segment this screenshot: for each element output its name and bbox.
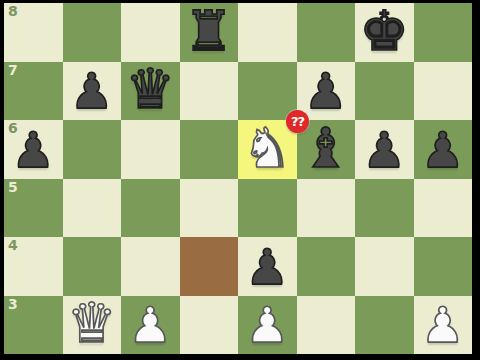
square-g4[interactable] bbox=[355, 237, 414, 296]
black-pawn-h6[interactable]: ♟ bbox=[421, 126, 465, 175]
square-b8[interactable] bbox=[63, 3, 122, 62]
square-c5[interactable] bbox=[121, 179, 180, 238]
black-pawn-a6[interactable]: ♟ bbox=[11, 126, 55, 175]
white-pawn-h3[interactable]: ♟ bbox=[421, 301, 465, 350]
square-d8[interactable]: ♜ bbox=[180, 3, 239, 62]
square-h6[interactable]: ♟ bbox=[414, 120, 473, 179]
square-h5[interactable] bbox=[414, 179, 473, 238]
rank-label-5: 5 bbox=[8, 180, 18, 195]
square-a8[interactable]: 8 bbox=[4, 3, 63, 62]
square-e3[interactable]: ♟ bbox=[238, 296, 297, 355]
square-g5[interactable] bbox=[355, 179, 414, 238]
square-d7[interactable] bbox=[180, 62, 239, 121]
blunder-badge-label: ?? bbox=[291, 115, 304, 128]
square-f7[interactable]: ♟ bbox=[297, 62, 356, 121]
square-a6[interactable]: 6♟ bbox=[4, 120, 63, 179]
square-h3[interactable]: ♟ bbox=[414, 296, 473, 355]
black-pawn-b7[interactable]: ♟ bbox=[70, 67, 114, 116]
square-a7[interactable]: 7 bbox=[4, 62, 63, 121]
black-pawn-g6[interactable]: ♟ bbox=[362, 126, 406, 175]
square-f8[interactable] bbox=[297, 3, 356, 62]
square-f5[interactable] bbox=[297, 179, 356, 238]
rank-label-4: 4 bbox=[8, 238, 18, 253]
square-b3[interactable]: ♛ bbox=[63, 296, 122, 355]
square-c3[interactable]: ♟ bbox=[121, 296, 180, 355]
white-pawn-c3[interactable]: ♟ bbox=[128, 301, 172, 350]
square-e8[interactable] bbox=[238, 3, 297, 62]
square-c8[interactable] bbox=[121, 3, 180, 62]
rank-label-3: 3 bbox=[8, 297, 18, 312]
square-e5[interactable] bbox=[238, 179, 297, 238]
black-pawn-f7[interactable]: ♟ bbox=[304, 67, 348, 116]
square-a5[interactable]: 5 bbox=[4, 179, 63, 238]
black-bishop-f6[interactable]: ♝ bbox=[301, 121, 350, 176]
square-h8[interactable] bbox=[414, 3, 473, 62]
square-d5[interactable] bbox=[180, 179, 239, 238]
square-b6[interactable] bbox=[63, 120, 122, 179]
square-c6[interactable] bbox=[121, 120, 180, 179]
black-rook-d8[interactable]: ♜ bbox=[184, 4, 233, 59]
black-queen-c7[interactable]: ♛ bbox=[126, 62, 175, 117]
black-pawn-e4[interactable]: ♟ bbox=[245, 243, 289, 292]
square-a3[interactable]: 3 bbox=[4, 296, 63, 355]
square-g3[interactable] bbox=[355, 296, 414, 355]
white-queen-b3[interactable]: ♛ bbox=[67, 296, 116, 351]
square-d6[interactable] bbox=[180, 120, 239, 179]
square-g6[interactable]: ♟ bbox=[355, 120, 414, 179]
square-h7[interactable] bbox=[414, 62, 473, 121]
blunder-badge: ?? bbox=[286, 110, 309, 133]
square-a4[interactable]: 4 bbox=[4, 237, 63, 296]
square-e7[interactable] bbox=[238, 62, 297, 121]
square-b7[interactable]: ♟ bbox=[63, 62, 122, 121]
video-frame: 8♜♚7♟♛♟6♟♞♝♟♟54♟3♛♟♟♟ ?? bbox=[0, 0, 480, 360]
square-c7[interactable]: ♛ bbox=[121, 62, 180, 121]
square-g7[interactable] bbox=[355, 62, 414, 121]
square-f4[interactable] bbox=[297, 237, 356, 296]
square-c4[interactable] bbox=[121, 237, 180, 296]
square-g8[interactable]: ♚ bbox=[355, 3, 414, 62]
chess-board: 8♜♚7♟♛♟6♟♞♝♟♟54♟3♛♟♟♟ bbox=[4, 3, 472, 354]
square-b4[interactable] bbox=[63, 237, 122, 296]
rank-label-6: 6 bbox=[8, 121, 18, 136]
square-d4[interactable] bbox=[180, 237, 239, 296]
square-f3[interactable] bbox=[297, 296, 356, 355]
square-b5[interactable] bbox=[63, 179, 122, 238]
black-king-g8[interactable]: ♚ bbox=[360, 4, 409, 59]
rank-label-8: 8 bbox=[8, 4, 18, 19]
white-knight-e6[interactable]: ♞ bbox=[243, 121, 292, 176]
square-d3[interactable] bbox=[180, 296, 239, 355]
rank-label-7: 7 bbox=[8, 63, 18, 78]
square-e4[interactable]: ♟ bbox=[238, 237, 297, 296]
white-pawn-e3[interactable]: ♟ bbox=[245, 301, 289, 350]
square-h4[interactable] bbox=[414, 237, 473, 296]
